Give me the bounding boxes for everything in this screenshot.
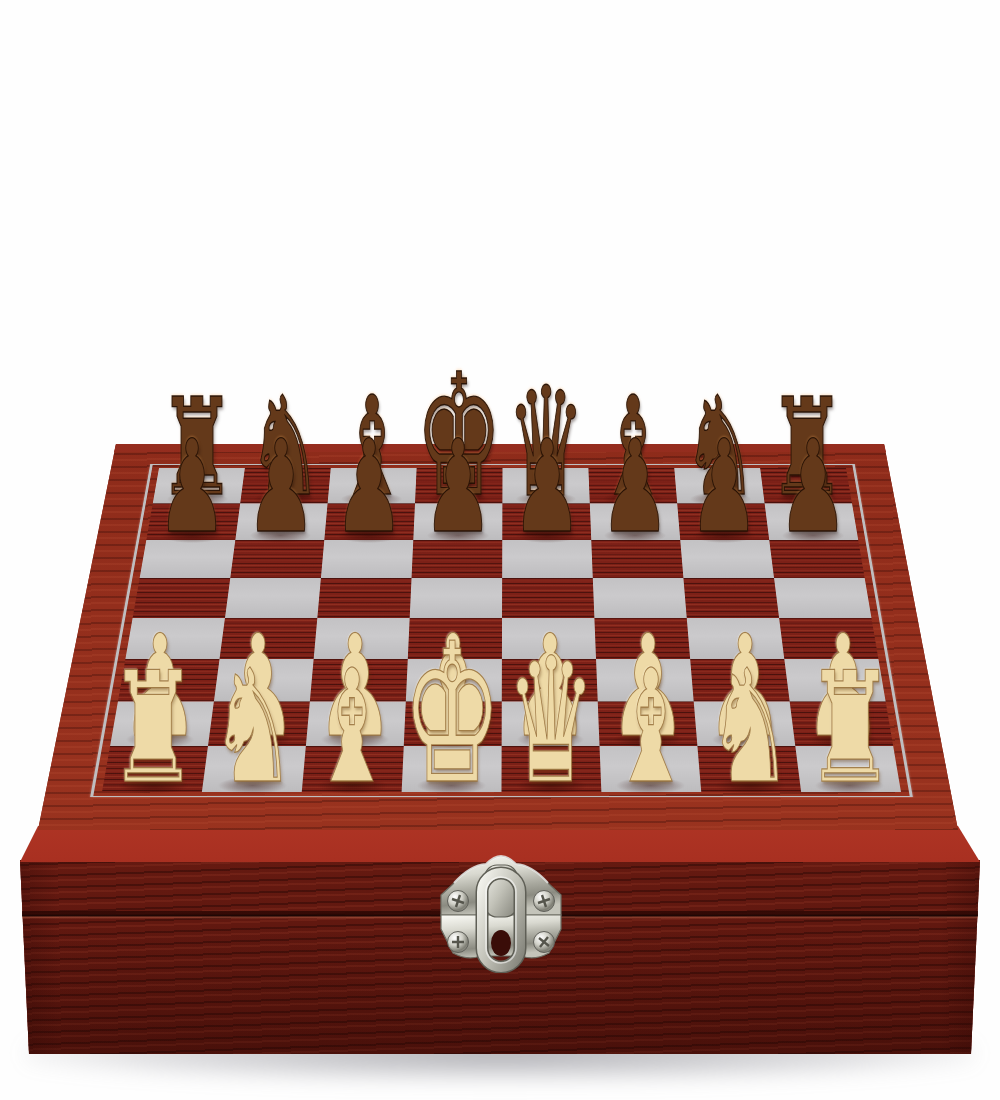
piece-white-knight-b1: ♞	[209, 649, 296, 805]
piece-black-pawn-a7: ♟	[156, 423, 227, 551]
latch-clasp	[434, 853, 568, 973]
product-photo-scene: ♜♞♝♚♛♝♞♜♟♟♟♟♟♟♟♟♟♟♟♟♟♟♟♟♜♞♝♚♛♝♞♜	[0, 0, 1000, 1100]
piece-white-king-d1: ♚	[402, 618, 502, 811]
piece-black-pawn-f7: ♟	[600, 423, 671, 551]
piece-white-bishop-c1: ♝	[312, 649, 393, 805]
piece-white-bishop-f1: ♝	[610, 649, 691, 805]
piece-white-queen-e1: ♛	[506, 635, 596, 808]
piece-black-pawn-e7: ♟	[511, 423, 582, 551]
piece-black-pawn-h7: ♟	[777, 423, 848, 551]
piece-black-pawn-b7: ♟	[245, 423, 316, 551]
piece-white-knight-g1: ♞	[707, 649, 794, 805]
piece-black-pawn-d7: ♟	[422, 423, 493, 551]
piece-white-rook-a1: ♜	[108, 652, 199, 805]
piece-black-pawn-g7: ♟	[689, 423, 760, 551]
piece-black-pawn-c7: ♟	[334, 423, 405, 551]
piece-white-rook-h1: ♜	[804, 652, 895, 805]
